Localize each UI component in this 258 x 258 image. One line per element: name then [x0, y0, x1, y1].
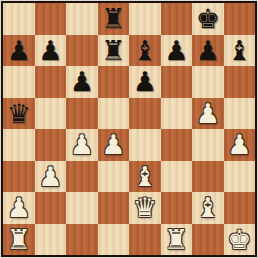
black-pawn-icon[interactable]: ♟: [66, 66, 98, 98]
black-pawn-icon[interactable]: ♟: [35, 35, 67, 67]
square-f2[interactable]: [161, 192, 193, 224]
square-a3[interactable]: [3, 161, 35, 193]
black-pawn-icon[interactable]: ♟: [161, 35, 193, 67]
black-queen-icon[interactable]: ♛: [3, 98, 35, 130]
square-e4[interactable]: [129, 129, 161, 161]
white-pawn-icon[interactable]: ♟: [66, 129, 98, 161]
white-rook-icon[interactable]: ♜: [161, 224, 193, 256]
square-c6[interactable]: ♟: [66, 66, 98, 98]
board-frame: ♜♚♟♟♜♝♟♟♝♟♟♛♟♟♟♟♟♝♟♛♝♜♜♚: [0, 0, 258, 258]
white-pawn-icon[interactable]: ♟: [98, 129, 130, 161]
square-c1[interactable]: [66, 224, 98, 256]
square-f6[interactable]: [161, 66, 193, 98]
square-e3[interactable]: ♝: [129, 161, 161, 193]
black-bishop-icon[interactable]: ♝: [224, 35, 256, 67]
white-pawn-icon[interactable]: ♟: [192, 98, 224, 130]
black-bishop-icon[interactable]: ♝: [129, 35, 161, 67]
square-b2[interactable]: [35, 192, 67, 224]
square-a1[interactable]: ♜: [3, 224, 35, 256]
square-f5[interactable]: [161, 98, 193, 130]
square-f1[interactable]: ♜: [161, 224, 193, 256]
black-pawn-icon[interactable]: ♟: [192, 35, 224, 67]
square-b7[interactable]: ♟: [35, 35, 67, 67]
square-g2[interactable]: ♝: [192, 192, 224, 224]
square-b8[interactable]: [35, 3, 67, 35]
square-h2[interactable]: [224, 192, 256, 224]
square-h7[interactable]: ♝: [224, 35, 256, 67]
square-d2[interactable]: [98, 192, 130, 224]
white-queen-icon[interactable]: ♛: [129, 192, 161, 224]
square-g3[interactable]: [192, 161, 224, 193]
square-e7[interactable]: ♝: [129, 35, 161, 67]
white-king-icon[interactable]: ♚: [224, 224, 256, 256]
square-c4[interactable]: ♟: [66, 129, 98, 161]
square-h5[interactable]: [224, 98, 256, 130]
square-f4[interactable]: [161, 129, 193, 161]
white-pawn-icon[interactable]: ♟: [3, 192, 35, 224]
black-rook-icon[interactable]: ♜: [98, 3, 130, 35]
square-g4[interactable]: [192, 129, 224, 161]
chess-board: ♜♚♟♟♜♝♟♟♝♟♟♛♟♟♟♟♟♝♟♛♝♜♜♚: [1, 1, 257, 257]
square-a5[interactable]: ♛: [3, 98, 35, 130]
square-e6[interactable]: ♟: [129, 66, 161, 98]
square-g5[interactable]: ♟: [192, 98, 224, 130]
square-h3[interactable]: [224, 161, 256, 193]
square-a6[interactable]: [3, 66, 35, 98]
white-bishop-icon[interactable]: ♝: [129, 161, 161, 193]
black-rook-icon[interactable]: ♜: [98, 35, 130, 67]
square-f3[interactable]: [161, 161, 193, 193]
square-b6[interactable]: [35, 66, 67, 98]
square-c3[interactable]: [66, 161, 98, 193]
square-d4[interactable]: ♟: [98, 129, 130, 161]
square-f8[interactable]: [161, 3, 193, 35]
white-pawn-icon[interactable]: ♟: [224, 129, 256, 161]
square-h8[interactable]: [224, 3, 256, 35]
square-d3[interactable]: [98, 161, 130, 193]
square-d7[interactable]: ♜: [98, 35, 130, 67]
square-b5[interactable]: [35, 98, 67, 130]
square-h4[interactable]: ♟: [224, 129, 256, 161]
square-d8[interactable]: ♜: [98, 3, 130, 35]
square-d5[interactable]: [98, 98, 130, 130]
square-f7[interactable]: ♟: [161, 35, 193, 67]
square-b4[interactable]: [35, 129, 67, 161]
square-e5[interactable]: [129, 98, 161, 130]
black-pawn-icon[interactable]: ♟: [129, 66, 161, 98]
square-e8[interactable]: [129, 3, 161, 35]
square-c2[interactable]: [66, 192, 98, 224]
square-g7[interactable]: ♟: [192, 35, 224, 67]
square-g1[interactable]: [192, 224, 224, 256]
square-b1[interactable]: [35, 224, 67, 256]
black-pawn-icon[interactable]: ♟: [3, 35, 35, 67]
square-a7[interactable]: ♟: [3, 35, 35, 67]
square-c5[interactable]: [66, 98, 98, 130]
square-e2[interactable]: ♛: [129, 192, 161, 224]
square-a2[interactable]: ♟: [3, 192, 35, 224]
square-g6[interactable]: [192, 66, 224, 98]
white-bishop-icon[interactable]: ♝: [192, 192, 224, 224]
square-c8[interactable]: [66, 3, 98, 35]
square-a8[interactable]: [3, 3, 35, 35]
square-h6[interactable]: [224, 66, 256, 98]
square-g8[interactable]: ♚: [192, 3, 224, 35]
square-e1[interactable]: [129, 224, 161, 256]
white-pawn-icon[interactable]: ♟: [35, 161, 67, 193]
square-c7[interactable]: [66, 35, 98, 67]
square-h1[interactable]: ♚: [224, 224, 256, 256]
square-d6[interactable]: [98, 66, 130, 98]
square-a4[interactable]: [3, 129, 35, 161]
black-king-icon[interactable]: ♚: [192, 3, 224, 35]
square-b3[interactable]: ♟: [35, 161, 67, 193]
square-d1[interactable]: [98, 224, 130, 256]
white-rook-icon[interactable]: ♜: [3, 224, 35, 256]
